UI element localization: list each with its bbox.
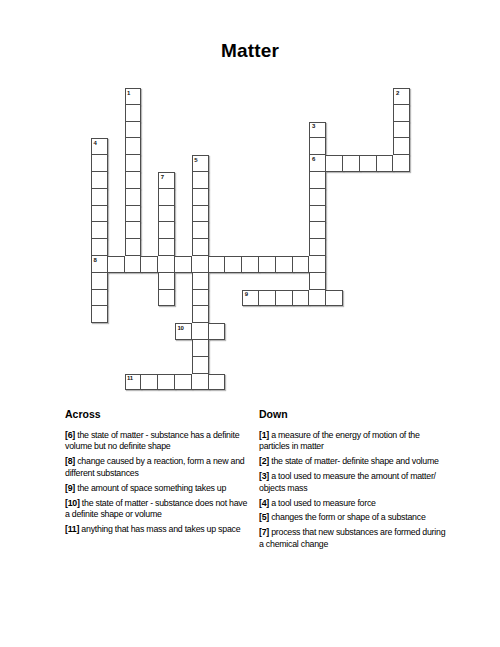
grid-cell-r10c4[interactable] bbox=[158, 256, 175, 273]
grid-cell-r0c2[interactable]: 1 bbox=[125, 88, 142, 105]
grid-cell-r4c6[interactable]: 5 bbox=[192, 155, 209, 172]
grid-cell-r14c6[interactable] bbox=[192, 323, 209, 340]
clue-number: [1] bbox=[259, 430, 269, 440]
grid-cell-r14c7[interactable] bbox=[209, 323, 226, 340]
cell-number-10: 10 bbox=[178, 325, 184, 332]
grid-cell-r8c0[interactable] bbox=[91, 222, 108, 239]
grid-cell-r10c13[interactable] bbox=[309, 256, 326, 273]
grid-cell-r1c2[interactable] bbox=[125, 105, 142, 122]
grid-cell-r10c3[interactable] bbox=[141, 256, 158, 273]
grid-cell-r10c11[interactable] bbox=[276, 256, 293, 273]
grid-cell-r7c6[interactable] bbox=[192, 206, 209, 223]
down-clue-4: [4] a tool used to measure force bbox=[259, 498, 447, 509]
grid-cell-r3c0[interactable]: 4 bbox=[91, 138, 108, 155]
down-clues-column: Down [1] a measure of the energy of moti… bbox=[259, 408, 447, 554]
grid-cell-r7c0[interactable] bbox=[91, 206, 108, 223]
across-clue-10: [10] the state of matter - substance doe… bbox=[65, 498, 253, 521]
clue-number: [7] bbox=[259, 527, 269, 537]
grid-cell-r2c18[interactable] bbox=[393, 122, 410, 139]
grid-cell-r8c6[interactable] bbox=[192, 222, 209, 239]
grid-cell-r11c13[interactable] bbox=[309, 273, 326, 290]
grid-cell-r12c0[interactable] bbox=[91, 290, 108, 307]
grid-cell-r9c4[interactable] bbox=[158, 239, 175, 256]
cell-number-11: 11 bbox=[127, 375, 133, 382]
grid-cell-r12c6[interactable] bbox=[192, 290, 209, 307]
grid-cell-r8c4[interactable] bbox=[158, 222, 175, 239]
grid-cell-r7c13[interactable] bbox=[309, 206, 326, 223]
grid-cell-r5c2[interactable] bbox=[125, 172, 142, 189]
across-clue-9: [9] the amount of space something takes … bbox=[65, 483, 253, 494]
grid-cell-r5c13[interactable] bbox=[309, 172, 326, 189]
grid-cell-r10c10[interactable] bbox=[259, 256, 276, 273]
across-heading: Across bbox=[65, 408, 253, 420]
grid-cell-r8c2[interactable] bbox=[125, 222, 142, 239]
grid-cell-r10c1[interactable] bbox=[108, 256, 125, 273]
cell-number-2: 2 bbox=[396, 90, 399, 97]
grid-cell-r11c6[interactable] bbox=[192, 273, 209, 290]
grid-cell-r9c13[interactable] bbox=[309, 239, 326, 256]
grid-cell-r10c9[interactable] bbox=[242, 256, 259, 273]
grid-cell-r3c18[interactable] bbox=[393, 138, 410, 155]
grid-cell-r9c2[interactable] bbox=[125, 239, 142, 256]
grid-cell-r10c5[interactable] bbox=[175, 256, 192, 273]
grid-cell-r13c6[interactable] bbox=[192, 306, 209, 323]
clue-number: [9] bbox=[65, 483, 75, 493]
down-clue-1: [1] a measure of the energy of motion of… bbox=[259, 430, 447, 453]
grid-cell-r10c7[interactable] bbox=[209, 256, 226, 273]
grid-cell-r14c5[interactable]: 10 bbox=[175, 323, 192, 340]
cell-number-7: 7 bbox=[161, 174, 164, 181]
grid-cell-r13c0[interactable] bbox=[91, 306, 108, 323]
grid-cell-r5c0[interactable] bbox=[91, 172, 108, 189]
grid-cell-r6c0[interactable] bbox=[91, 189, 108, 206]
grid-cell-r7c4[interactable] bbox=[158, 206, 175, 223]
across-clue-list: [6] the state of matter - substance has … bbox=[65, 430, 253, 535]
grid-cell-r5c6[interactable] bbox=[192, 172, 209, 189]
grid-cell-r0c18[interactable]: 2 bbox=[393, 88, 410, 105]
cell-number-4: 4 bbox=[94, 140, 97, 147]
grid-cell-r10c0[interactable]: 8 bbox=[91, 256, 108, 273]
across-clues-column: Across [6] the state of matter - substan… bbox=[65, 408, 253, 554]
grid-cell-r9c6[interactable] bbox=[192, 239, 209, 256]
grid-cell-r10c6[interactable] bbox=[192, 256, 209, 273]
grid-cell-r2c2[interactable] bbox=[125, 122, 142, 139]
grid-cell-r4c16[interactable] bbox=[360, 155, 377, 172]
grid-cell-r2c13[interactable]: 3 bbox=[309, 122, 326, 139]
across-clue-8: [8] change caused by a reaction, form a … bbox=[65, 456, 253, 479]
grid-cell-r12c12[interactable] bbox=[293, 290, 310, 307]
grid-cell-r10c8[interactable] bbox=[225, 256, 242, 273]
grid-cell-r10c12[interactable] bbox=[293, 256, 310, 273]
crossword-page: Matter 1234567891011 Across [6] the stat… bbox=[0, 0, 500, 647]
grid-cell-r4c18[interactable] bbox=[393, 155, 410, 172]
clue-number: [11] bbox=[65, 524, 79, 534]
down-clue-5: [5] changes the form or shape of a subst… bbox=[259, 512, 447, 523]
grid-cell-r6c4[interactable] bbox=[158, 189, 175, 206]
grid-cell-r6c13[interactable] bbox=[309, 189, 326, 206]
grid-cell-r3c2[interactable] bbox=[125, 138, 142, 155]
grid-cell-r4c0[interactable] bbox=[91, 155, 108, 172]
grid-cell-r9c0[interactable] bbox=[91, 239, 108, 256]
grid-cell-r12c13[interactable] bbox=[309, 290, 326, 307]
grid-cell-r15c6[interactable] bbox=[192, 340, 209, 357]
grid-cell-r12c10[interactable] bbox=[259, 290, 276, 307]
grid-cell-r12c11[interactable] bbox=[276, 290, 293, 307]
cell-number-5: 5 bbox=[194, 157, 197, 164]
grid-cell-r17c4[interactable] bbox=[158, 374, 175, 391]
grid-cell-r12c4[interactable] bbox=[158, 290, 175, 307]
clue-number: [4] bbox=[259, 498, 269, 508]
puzzle-title: Matter bbox=[0, 40, 500, 62]
grid-cell-r4c13[interactable]: 6 bbox=[309, 155, 326, 172]
clue-number: [6] bbox=[65, 430, 75, 440]
down-clue-3: [3] a tool used to measure the amount of… bbox=[259, 471, 447, 494]
grid-cell-r12c9[interactable]: 9 bbox=[242, 290, 259, 307]
grid-cell-r17c7[interactable] bbox=[209, 374, 226, 391]
grid-cell-r4c2[interactable] bbox=[125, 155, 142, 172]
across-clue-11: [11] anything that has mass and takes up… bbox=[65, 524, 253, 535]
cell-number-3: 3 bbox=[312, 123, 315, 130]
grid-cell-r1c18[interactable] bbox=[393, 105, 410, 122]
down-clue-2: [2] the state of matter- definite shape … bbox=[259, 456, 447, 467]
clue-number: [2] bbox=[259, 456, 269, 466]
grid-cell-r17c2[interactable]: 11 bbox=[125, 374, 142, 391]
grid-cell-r7c2[interactable] bbox=[125, 206, 142, 223]
grid-cell-r17c5[interactable] bbox=[175, 374, 192, 391]
clue-number: [3] bbox=[259, 471, 269, 481]
down-clue-7: [7] process that new substances are form… bbox=[259, 527, 447, 550]
cell-number-9: 9 bbox=[245, 291, 248, 298]
grid-cell-r17c6[interactable] bbox=[192, 374, 209, 391]
grid-cell-r5c4[interactable]: 7 bbox=[158, 172, 175, 189]
grid-cell-r17c3[interactable] bbox=[141, 374, 158, 391]
grid-cell-r4c14[interactable] bbox=[326, 155, 343, 172]
grid-cell-r12c14[interactable] bbox=[326, 290, 343, 307]
down-heading: Down bbox=[259, 408, 447, 420]
cell-number-8: 8 bbox=[94, 257, 97, 264]
grid-cell-r6c6[interactable] bbox=[192, 189, 209, 206]
clue-number: [5] bbox=[259, 512, 269, 522]
grid-cell-r3c13[interactable] bbox=[309, 138, 326, 155]
grid-cell-r8c13[interactable] bbox=[309, 222, 326, 239]
clue-number: [8] bbox=[65, 456, 75, 466]
clues-section: Across [6] the state of matter - substan… bbox=[65, 408, 447, 554]
grid-cell-r11c0[interactable] bbox=[91, 273, 108, 290]
grid-cell-r4c15[interactable] bbox=[343, 155, 360, 172]
grid-cell-r10c2[interactable] bbox=[125, 256, 142, 273]
cell-number-6: 6 bbox=[312, 156, 315, 163]
grid-cell-r11c4[interactable] bbox=[158, 273, 175, 290]
clue-number: [10] bbox=[65, 498, 80, 508]
across-clue-6: [6] the state of matter - substance has … bbox=[65, 430, 253, 453]
grid-cell-r16c6[interactable] bbox=[192, 357, 209, 374]
grid-cell-r4c17[interactable] bbox=[377, 155, 394, 172]
down-clue-list: [1] a measure of the energy of motion of… bbox=[259, 430, 447, 550]
cell-number-1: 1 bbox=[127, 90, 130, 97]
crossword-grid: 1234567891011 bbox=[91, 88, 411, 391]
grid-cell-r6c2[interactable] bbox=[125, 189, 142, 206]
